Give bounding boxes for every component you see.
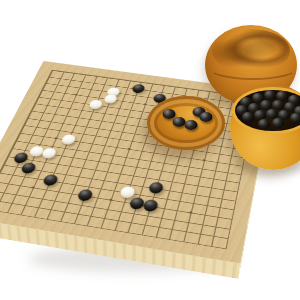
stone-black[interactable] [148, 181, 165, 194]
hoshi-dot [54, 137, 58, 139]
stone-white[interactable] [40, 147, 57, 159]
hoshi-dot [189, 211, 193, 214]
stone-white[interactable] [88, 99, 104, 110]
stone-white[interactable] [60, 134, 77, 146]
bowl-stone-black [258, 119, 270, 129]
hoshi-dot [143, 103, 146, 105]
bowl-stone-black [290, 113, 300, 123]
stone-black[interactable] [131, 83, 146, 93]
hoshi-dot [202, 159, 206, 161]
bowl-stone-black [264, 90, 276, 100]
stone-white[interactable] [119, 186, 136, 199]
stone-white[interactable] [28, 146, 45, 158]
stone-black[interactable] [20, 162, 38, 175]
stone-black[interactable] [76, 188, 94, 201]
bowl-stone-black [272, 118, 284, 128]
stone-black[interactable] [129, 197, 146, 211]
bowl-lid-seam [207, 54, 299, 80]
lid-tray [147, 96, 225, 150]
tray-stone-black [185, 120, 198, 130]
stone-black[interactable] [41, 174, 59, 187]
tray-stone-black [200, 112, 213, 122]
go-scene [0, 0, 300, 300]
hoshi-dot [74, 94, 77, 96]
stone-white[interactable] [103, 94, 118, 104]
bowl-stone-black [242, 112, 254, 122]
hoshi-dot [127, 148, 131, 150]
stone-black[interactable] [142, 199, 159, 213]
stone-black[interactable] [12, 152, 30, 164]
hoshi-dot [31, 186, 35, 189]
hoshi-dot [109, 198, 113, 201]
